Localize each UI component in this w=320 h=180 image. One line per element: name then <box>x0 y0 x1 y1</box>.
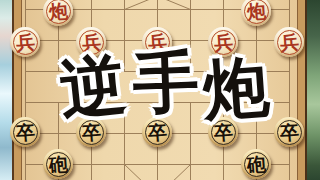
piece-glyph: 兵 <box>279 32 299 52</box>
piece-black-soldier[interactable]: 卒 <box>142 117 172 147</box>
piece-glyph: 兵 <box>147 32 167 52</box>
piece-glyph: 卒 <box>279 122 299 142</box>
piece-glyph: 卒 <box>81 122 101 142</box>
piece-black-cannon[interactable]: 砲 <box>43 149 73 179</box>
piece-red-soldier[interactable]: 兵 <box>10 27 40 57</box>
thumbnail-stage: 炮炮兵兵兵兵兵卒卒卒卒卒砲砲 逆 手 炮 <box>0 0 320 180</box>
piece-glyph: 炮 <box>48 1 68 21</box>
piece-glyph: 卒 <box>147 122 167 142</box>
piece-red-cannon[interactable]: 炮 <box>241 0 271 26</box>
piece-glyph: 兵 <box>81 32 101 52</box>
piece-black-soldier[interactable]: 卒 <box>10 117 40 147</box>
piece-glyph: 炮 <box>246 1 266 21</box>
piece-red-cannon[interactable]: 炮 <box>43 0 73 26</box>
pieces-layer: 炮炮兵兵兵兵兵卒卒卒卒卒砲砲 <box>0 0 320 180</box>
piece-glyph: 兵 <box>213 32 233 52</box>
piece-glyph: 兵 <box>15 32 35 52</box>
piece-black-cannon[interactable]: 砲 <box>241 149 271 179</box>
piece-black-soldier[interactable]: 卒 <box>76 117 106 147</box>
piece-glyph: 砲 <box>246 154 266 174</box>
piece-glyph: 砲 <box>48 154 68 174</box>
piece-black-soldier[interactable]: 卒 <box>208 117 238 147</box>
piece-red-soldier[interactable]: 兵 <box>208 27 238 57</box>
piece-glyph: 卒 <box>213 122 233 142</box>
piece-red-soldier[interactable]: 兵 <box>274 27 304 57</box>
piece-black-soldier[interactable]: 卒 <box>274 117 304 147</box>
piece-red-soldier[interactable]: 兵 <box>142 27 172 57</box>
piece-glyph: 卒 <box>15 122 35 142</box>
piece-red-soldier[interactable]: 兵 <box>76 27 106 57</box>
